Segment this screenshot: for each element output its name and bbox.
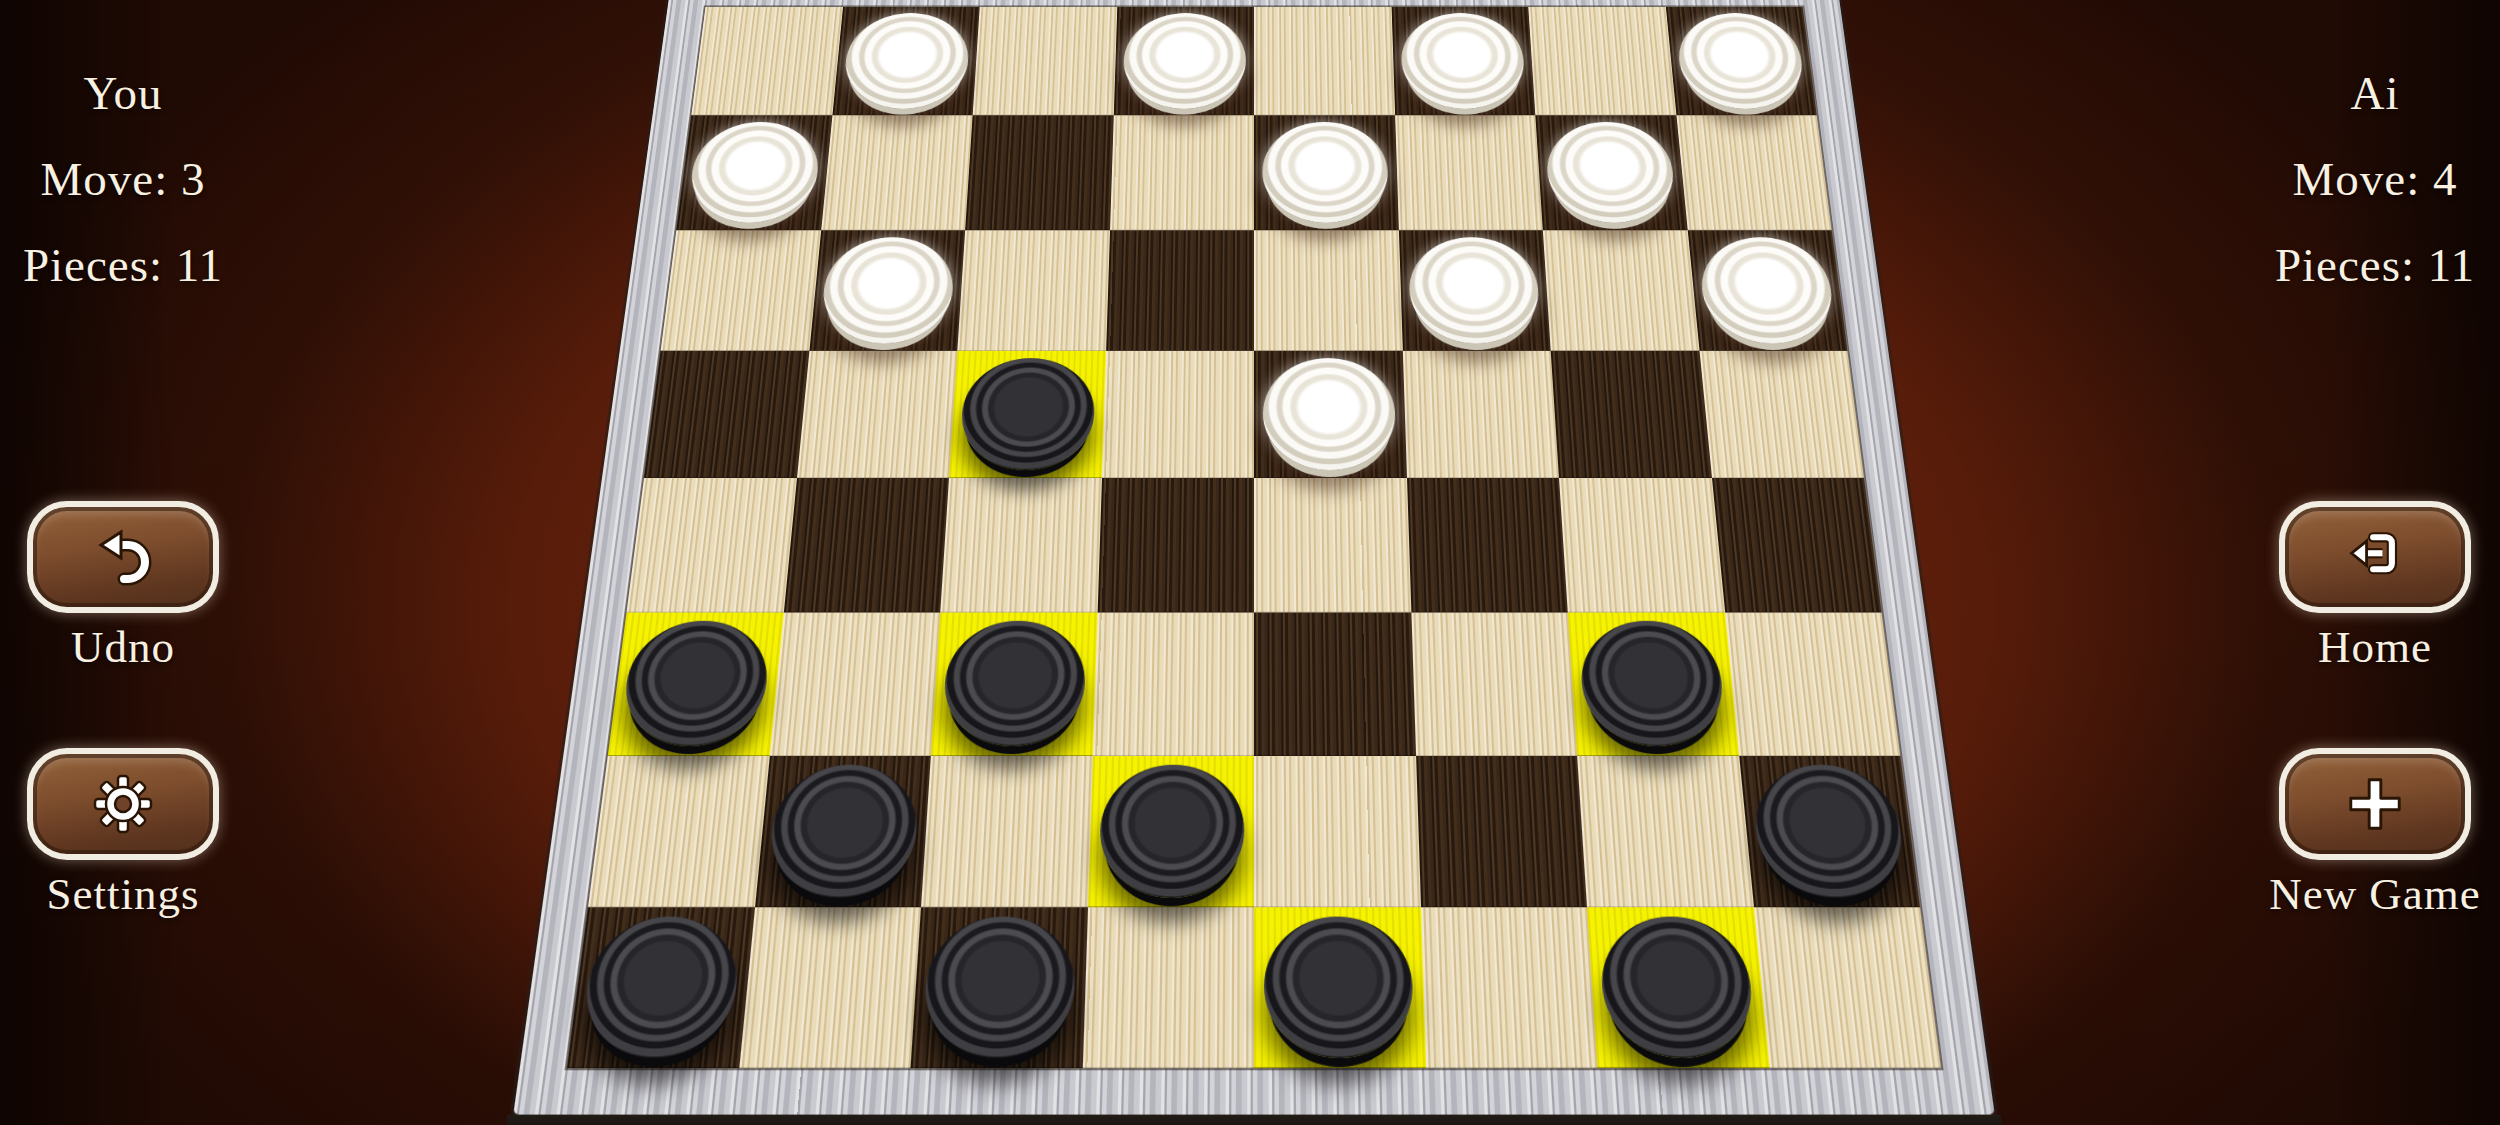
white-piece[interactable] [819, 237, 956, 343]
game-screen: You Move: 3 Pieces: 11 Udno [0, 0, 2500, 1125]
square-r5c3[interactable] [940, 478, 1101, 613]
black-piece[interactable] [579, 916, 744, 1058]
undo-button[interactable] [27, 501, 219, 613]
you-player-name: You [0, 50, 246, 136]
white-piece[interactable] [1400, 13, 1527, 109]
ai-pieces-counter: Pieces: 11 [2250, 222, 2500, 308]
black-piece[interactable] [921, 916, 1077, 1058]
home-button-label: Home [2318, 621, 2432, 673]
square-r7c6[interactable] [1416, 756, 1587, 907]
gear-icon [91, 772, 155, 836]
home-button[interactable] [2279, 501, 2471, 613]
square-r7c2[interactable] [755, 756, 931, 907]
white-piece[interactable] [841, 13, 971, 109]
square-r2c8[interactable] [1676, 116, 1832, 230]
square-r7c8[interactable] [1739, 756, 1920, 907]
settings-button-label: Settings [46, 868, 199, 920]
square-r2c3[interactable] [965, 116, 1113, 230]
square-r8c7[interactable] [1587, 907, 1769, 1068]
square-r3c1[interactable] [661, 230, 821, 351]
square-r1c8[interactable] [1665, 7, 1816, 116]
black-piece[interactable] [1264, 916, 1415, 1058]
white-piece[interactable] [1544, 122, 1678, 223]
square-r1c5[interactable] [1254, 7, 1395, 116]
undo-arrow-icon [86, 525, 160, 589]
square-r8c8[interactable] [1753, 907, 1940, 1068]
square-r3c4[interactable] [1106, 230, 1254, 351]
square-r2c1[interactable] [676, 116, 832, 230]
square-r1c7[interactable] [1528, 7, 1676, 116]
black-piece[interactable] [1578, 621, 1728, 747]
board-grid [567, 7, 1941, 1068]
square-r4c1[interactable] [644, 351, 809, 478]
you-move-counter: Move: 3 [0, 136, 246, 222]
square-r1c6[interactable] [1391, 7, 1535, 116]
square-r3c7[interactable] [1543, 230, 1699, 351]
ai-player-name: Ai [2250, 50, 2500, 136]
white-piece[interactable] [1263, 358, 1397, 470]
new-game-button-label: New Game [2269, 868, 2481, 920]
white-piece[interactable] [1262, 122, 1389, 223]
square-r5c6[interactable] [1407, 478, 1568, 613]
square-r5c1[interactable] [626, 478, 796, 613]
square-r2c5[interactable] [1254, 116, 1398, 230]
square-r4c6[interactable] [1402, 351, 1559, 478]
settings-button-group: Settings [0, 748, 246, 920]
square-r8c2[interactable] [739, 907, 921, 1068]
white-piece[interactable] [1697, 237, 1838, 343]
undo-button-label: Udno [71, 621, 175, 673]
black-piece[interactable] [1098, 764, 1244, 897]
square-r1c3[interactable] [973, 7, 1117, 116]
square-r3c5[interactable] [1254, 230, 1402, 351]
square-r6c4[interactable] [1092, 613, 1254, 756]
square-r4c8[interactable] [1699, 351, 1864, 478]
square-r7c7[interactable] [1577, 756, 1753, 907]
black-piece[interactable] [1749, 764, 1909, 897]
square-r5c7[interactable] [1559, 478, 1725, 613]
square-r1c4[interactable] [1113, 7, 1254, 116]
player-panel-ai: Ai Move: 4 Pieces: 11 Home [2250, 0, 2500, 1125]
square-r3c2[interactable] [809, 230, 965, 351]
white-piece[interactable] [1407, 237, 1541, 343]
square-r2c4[interactable] [1110, 116, 1254, 230]
square-r4c2[interactable] [797, 351, 958, 478]
square-r6c8[interactable] [1725, 613, 1901, 756]
square-r6c2[interactable] [769, 613, 940, 756]
square-r6c3[interactable] [931, 613, 1097, 756]
square-r1c2[interactable] [832, 7, 980, 116]
settings-button[interactable] [27, 748, 219, 860]
square-r6c7[interactable] [1568, 613, 1739, 756]
square-r4c7[interactable] [1551, 351, 1712, 478]
square-r7c5[interactable] [1254, 756, 1420, 907]
square-r5c8[interactable] [1712, 478, 1882, 613]
board [513, 0, 1995, 1115]
square-r8c1[interactable] [567, 907, 754, 1068]
ai-move-counter: Move: 4 [2250, 136, 2500, 222]
board-edge [500, 1115, 2007, 1125]
home-button-group: Home [2250, 501, 2500, 673]
square-r4c4[interactable] [1102, 351, 1255, 478]
plus-icon [2344, 773, 2406, 835]
square-r2c2[interactable] [821, 116, 973, 230]
black-piece[interactable] [619, 621, 773, 747]
white-piece[interactable] [686, 122, 823, 223]
square-r5c4[interactable] [1097, 478, 1254, 613]
board-frame [513, 0, 1995, 1115]
square-r7c4[interactable] [1088, 756, 1254, 907]
black-piece[interactable] [959, 358, 1097, 470]
square-r7c1[interactable] [588, 756, 769, 907]
square-r5c2[interactable] [783, 478, 949, 613]
black-piece[interactable] [1598, 916, 1758, 1058]
square-r8c6[interactable] [1420, 907, 1597, 1068]
square-r6c5[interactable] [1254, 613, 1416, 756]
you-pieces-counter: Pieces: 11 [0, 222, 246, 308]
square-r3c8[interactable] [1687, 230, 1847, 351]
square-r6c6[interactable] [1411, 613, 1577, 756]
white-piece[interactable] [1674, 13, 1807, 109]
square-r8c3[interactable] [911, 907, 1088, 1068]
square-r5c5[interactable] [1254, 478, 1411, 613]
square-r3c6[interactable] [1398, 230, 1550, 351]
square-r3c3[interactable] [957, 230, 1109, 351]
black-piece[interactable] [941, 621, 1087, 747]
white-piece[interactable] [1122, 13, 1246, 109]
ai-stats: Ai Move: 4 Pieces: 11 [2250, 50, 2500, 308]
square-r6c1[interactable] [608, 613, 784, 756]
new-game-button[interactable] [2279, 748, 2471, 860]
square-r2c6[interactable] [1395, 116, 1543, 230]
exit-arrow-icon [2342, 527, 2408, 587]
player-panel-you: You Move: 3 Pieces: 11 Udno [0, 0, 246, 1125]
square-r1c1[interactable] [691, 7, 842, 116]
square-r4c5[interactable] [1254, 351, 1407, 478]
undo-button-group: Udno [0, 501, 246, 673]
new-game-button-group: New Game [2250, 748, 2500, 920]
square-r8c4[interactable] [1082, 907, 1254, 1068]
black-piece[interactable] [765, 764, 920, 897]
you-stats: You Move: 3 Pieces: 11 [0, 50, 246, 308]
square-r8c5[interactable] [1254, 907, 1426, 1068]
square-r7c3[interactable] [921, 756, 1092, 907]
square-r4c3[interactable] [949, 351, 1106, 478]
square-r2c7[interactable] [1535, 116, 1687, 230]
